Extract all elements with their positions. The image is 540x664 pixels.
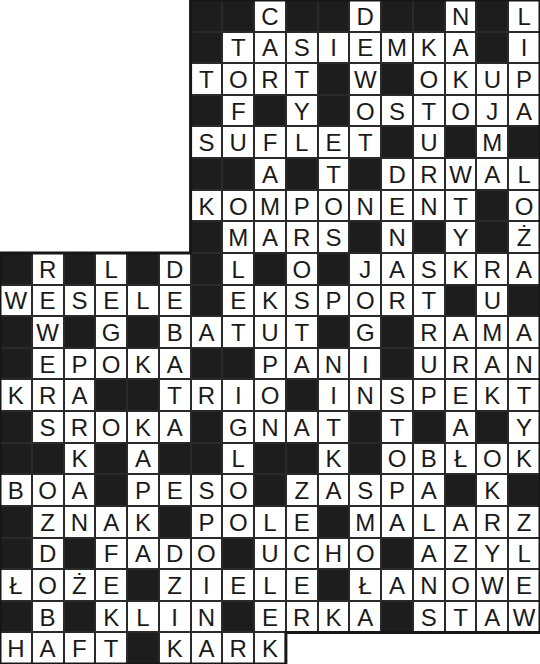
grid-cell[interactable]: K <box>95 601 127 633</box>
grid-cell[interactable]: K <box>318 601 350 633</box>
grid-cell[interactable]: Z <box>32 506 64 538</box>
grid-cell[interactable]: C <box>286 538 318 570</box>
grid-cell[interactable]: E <box>32 285 64 317</box>
grid-cell[interactable]: T <box>445 601 477 633</box>
grid-cell[interactable]: T <box>413 95 445 127</box>
grid-cell[interactable]: A <box>32 632 64 664</box>
grid-cell[interactable]: Z <box>286 474 318 506</box>
grid-cell[interactable]: O <box>95 348 127 380</box>
grid-cell[interactable]: T <box>191 63 223 95</box>
block-cell <box>476 0 508 32</box>
grid-cell[interactable]: E <box>95 569 127 601</box>
grid-cell[interactable]: R <box>413 316 445 348</box>
grid-cell[interactable]: O <box>445 569 477 601</box>
grid-cell[interactable]: S <box>191 474 223 506</box>
grid-cell[interactable]: L <box>286 126 318 158</box>
grid-cell[interactable]: O <box>445 95 477 127</box>
grid-cell[interactable]: S <box>32 411 64 443</box>
cell-letter: A <box>421 479 437 503</box>
grid-cell[interactable]: R <box>191 379 223 411</box>
grid-cell[interactable]: A <box>64 474 96 506</box>
grid-cell[interactable]: A <box>318 474 350 506</box>
grid-cell[interactable]: O <box>318 190 350 222</box>
grid-cell[interactable]: O <box>349 538 381 570</box>
grid-cell[interactable]: D <box>349 0 381 32</box>
grid-cell[interactable]: B <box>0 474 32 506</box>
grid-cell[interactable]: K <box>508 443 540 475</box>
grid-cell[interactable]: O <box>413 63 445 95</box>
grid-cell[interactable]: R <box>222 632 254 664</box>
block-cell <box>222 158 254 190</box>
grid-cell[interactable]: O <box>286 253 318 285</box>
grid-cell[interactable]: N <box>349 190 381 222</box>
grid-cell[interactable]: R <box>476 506 508 538</box>
block-cell <box>127 569 159 601</box>
grid-cell[interactable]: T <box>508 379 540 411</box>
grid-cell[interactable]: N <box>254 411 286 443</box>
block-cell <box>445 285 477 317</box>
grid-cell[interactable]: O <box>222 506 254 538</box>
cell-letter: D <box>39 542 56 566</box>
grid-cell[interactable]: S <box>413 601 445 633</box>
cell-letter: R <box>71 416 88 440</box>
block-cell <box>191 348 223 380</box>
grid-cell[interactable]: P <box>191 506 223 538</box>
cell-letter: A <box>167 416 183 440</box>
grid-cell[interactable]: A <box>159 411 191 443</box>
grid-cell[interactable]: E <box>32 348 64 380</box>
grid-cell[interactable]: A <box>191 316 223 348</box>
grid-cell[interactable]: W <box>32 316 64 348</box>
block-cell <box>64 601 96 633</box>
cell-letter: E <box>389 195 405 219</box>
grid-cell[interactable]: B <box>32 601 64 633</box>
cell-letter: Z <box>40 511 55 535</box>
cell-letter: O <box>419 68 438 92</box>
grid-cell[interactable]: H <box>0 632 32 664</box>
grid-cell[interactable]: L <box>127 285 159 317</box>
grid-cell[interactable]: O <box>476 443 508 475</box>
grid-cell[interactable]: Y <box>508 411 540 443</box>
cell-letter: O <box>451 574 470 598</box>
grid-cell[interactable]: S <box>318 221 350 253</box>
cell-letter: Y <box>453 226 469 250</box>
grid-cell[interactable]: N <box>413 569 445 601</box>
block-cell <box>349 411 381 443</box>
grid-cell[interactable]: E <box>349 32 381 64</box>
cell-letter: I <box>203 574 210 598</box>
grid-cell[interactable]: L <box>95 253 127 285</box>
grid-cell[interactable]: E <box>222 285 254 317</box>
grid-cell[interactable]: W <box>445 158 477 190</box>
grid-cell[interactable]: R <box>445 348 477 380</box>
block-cell <box>64 253 96 285</box>
grid-cell[interactable]: R <box>476 253 508 285</box>
grid-cell[interactable]: P <box>381 474 413 506</box>
grid-cell[interactable]: S <box>381 379 413 411</box>
grid-cell[interactable]: K <box>127 506 159 538</box>
grid-cell[interactable]: E <box>159 285 191 317</box>
grid-cell[interactable]: O <box>222 190 254 222</box>
cell-letter: A <box>262 163 278 187</box>
cell-letter: Ł <box>454 447 467 471</box>
grid-cell[interactable]: G <box>95 316 127 348</box>
grid-cell[interactable]: L <box>222 253 254 285</box>
grid-cell[interactable]: D <box>381 158 413 190</box>
grid-cell[interactable]: S <box>413 253 445 285</box>
cell-letter: T <box>421 289 436 313</box>
grid-cell[interactable]: K <box>413 32 445 64</box>
grid-cell[interactable]: A <box>159 348 191 380</box>
grid-cell[interactable]: T <box>445 190 477 222</box>
grid-cell[interactable]: Ł <box>0 569 32 601</box>
grid-cell[interactable]: H <box>318 538 350 570</box>
grid-cell[interactable]: E <box>318 126 350 158</box>
cell-letter: C <box>261 5 278 29</box>
cell-letter: U <box>420 353 437 377</box>
cell-letter: R <box>293 226 310 250</box>
block-cell <box>127 253 159 285</box>
grid-cell[interactable]: N <box>445 0 477 32</box>
grid-cell[interactable]: N <box>508 348 540 380</box>
cell-letter: E <box>453 384 469 408</box>
cell-letter: U <box>261 542 278 566</box>
grid-cell[interactable]: K <box>254 285 286 317</box>
grid-cell[interactable]: A <box>445 506 477 538</box>
grid-cell[interactable]: A <box>413 474 445 506</box>
grid-cell[interactable]: T <box>159 379 191 411</box>
grid-cell[interactable]: A <box>476 348 508 380</box>
block-cell <box>127 316 159 348</box>
grid-cell[interactable]: Z <box>159 569 191 601</box>
cell-letter: D <box>166 542 183 566</box>
grid-cell[interactable]: N <box>318 348 350 380</box>
grid-cell[interactable]: G <box>349 316 381 348</box>
grid-cell[interactable]: A <box>508 253 540 285</box>
grid-cell[interactable]: O <box>32 474 64 506</box>
grid-cell[interactable]: A <box>508 95 540 127</box>
grid-cell[interactable]: I <box>349 348 381 380</box>
grid-cell[interactable]: N <box>64 506 96 538</box>
grid-cell[interactable]: O <box>349 285 381 317</box>
cell-letter: A <box>484 606 500 630</box>
grid-cell[interactable]: J <box>349 253 381 285</box>
grid-cell[interactable]: L <box>413 506 445 538</box>
grid-cell[interactable]: S <box>191 126 223 158</box>
cell-letter: S <box>71 289 87 313</box>
grid-cell[interactable]: M <box>381 32 413 64</box>
cell-letter: R <box>420 163 437 187</box>
cell-letter: K <box>484 479 500 503</box>
grid-cell[interactable]: E <box>95 285 127 317</box>
grid-cell[interactable]: R <box>413 158 445 190</box>
cell-letter: O <box>38 479 57 503</box>
grid-cell[interactable]: K <box>127 411 159 443</box>
cell-letter: R <box>484 511 501 535</box>
grid-cell[interactable]: Ż <box>508 221 540 253</box>
grid-cell[interactable]: M <box>254 190 286 222</box>
cell-letter: E <box>326 131 342 155</box>
grid-cell[interactable]: C <box>254 0 286 32</box>
grid-cell[interactable]: I <box>191 569 223 601</box>
grid-cell[interactable]: S <box>286 285 318 317</box>
grid-cell[interactable]: P <box>64 348 96 380</box>
grid-cell[interactable]: P <box>508 63 540 95</box>
grid-cell[interactable]: J <box>476 95 508 127</box>
grid-cell[interactable]: N <box>381 221 413 253</box>
cell-letter: A <box>389 511 405 535</box>
grid-cell[interactable]: B <box>159 316 191 348</box>
cell-letter: P <box>516 68 532 92</box>
cell-letter: W <box>481 574 504 598</box>
cell-letter: A <box>453 321 469 345</box>
grid-cell[interactable]: U <box>222 126 254 158</box>
grid-cell[interactable]: D <box>159 538 191 570</box>
grid-cell[interactable]: E <box>254 601 286 633</box>
grid-cell[interactable]: S <box>381 95 413 127</box>
grid-cell[interactable]: Y <box>286 95 318 127</box>
grid-cell[interactable]: T <box>95 632 127 664</box>
grid-cell[interactable]: L <box>254 569 286 601</box>
grid-cell[interactable]: T <box>349 126 381 158</box>
grid-cell[interactable]: I <box>159 601 191 633</box>
grid-cell[interactable]: A <box>254 158 286 190</box>
block-cell <box>222 0 254 32</box>
grid-cell[interactable]: E <box>286 569 318 601</box>
grid-cell[interactable]: A <box>476 158 508 190</box>
grid-cell[interactable]: U <box>254 316 286 348</box>
grid-cell[interactable]: W <box>0 285 32 317</box>
grid-cell[interactable]: U <box>476 63 508 95</box>
grid-cell[interactable]: F <box>222 95 254 127</box>
grid-cell[interactable]: A <box>286 411 318 443</box>
cell-letter: O <box>515 195 534 219</box>
grid-cell[interactable]: P <box>254 348 286 380</box>
grid-cell[interactable]: A <box>64 379 96 411</box>
grid-cell[interactable]: Ł <box>349 569 381 601</box>
block-cell <box>508 126 540 158</box>
grid-cell[interactable]: L <box>508 0 540 32</box>
grid-cell[interactable]: O <box>508 190 540 222</box>
cell-letter: Y <box>484 542 500 566</box>
grid-cell[interactable]: K <box>254 632 286 664</box>
cell-letter: O <box>197 542 216 566</box>
grid-cell[interactable]: U <box>254 538 286 570</box>
block-cell <box>222 601 254 633</box>
grid-cell[interactable]: N <box>413 190 445 222</box>
grid-cell[interactable]: A <box>476 601 508 633</box>
cell-letter: S <box>357 479 373 503</box>
grid-cell[interactable]: B <box>413 443 445 475</box>
block-cell <box>381 0 413 32</box>
block-cell <box>0 316 32 348</box>
grid-cell[interactable]: T <box>381 411 413 443</box>
cell-letter: A <box>294 416 310 440</box>
grid-cell[interactable]: K <box>64 443 96 475</box>
grid-cell[interactable]: A <box>445 411 477 443</box>
grid-cell[interactable]: D <box>32 538 64 570</box>
cell-letter: A <box>262 226 278 250</box>
grid-cell[interactable]: A <box>95 506 127 538</box>
grid-cell[interactable]: A <box>445 316 477 348</box>
grid-cell[interactable]: O <box>191 538 223 570</box>
cell-letter: B <box>167 321 183 345</box>
cell-letter: A <box>389 258 405 282</box>
grid-cell[interactable]: M <box>476 316 508 348</box>
cell-letter: S <box>294 289 310 313</box>
grid-cell[interactable]: A <box>413 538 445 570</box>
cell-letter: S <box>40 416 56 440</box>
grid-cell[interactable]: Y <box>445 221 477 253</box>
grid-cell[interactable]: K <box>0 379 32 411</box>
grid-cell[interactable]: S <box>349 474 381 506</box>
grid-cell[interactable]: K <box>445 63 477 95</box>
grid-cell[interactable]: A <box>381 253 413 285</box>
grid-cell[interactable]: R <box>32 253 64 285</box>
grid-cell[interactable]: K <box>476 474 508 506</box>
grid-cell[interactable]: O <box>32 569 64 601</box>
grid-cell[interactable]: K <box>159 632 191 664</box>
block-cell <box>286 158 318 190</box>
grid-cell[interactable]: O <box>95 411 127 443</box>
grid-cell[interactable]: N <box>349 379 381 411</box>
block-cell <box>159 506 191 538</box>
cell-letter: Z <box>517 511 532 535</box>
grid-cell[interactable]: M <box>476 126 508 158</box>
cell-letter: O <box>229 511 248 535</box>
grid-cell[interactable]: Y <box>476 538 508 570</box>
grid-cell[interactable]: E <box>222 569 254 601</box>
grid-cell[interactable]: R <box>254 63 286 95</box>
grid-cell[interactable]: K <box>191 190 223 222</box>
grid-cell[interactable]: T <box>318 158 350 190</box>
grid-cell[interactable]: M <box>222 221 254 253</box>
cell-letter: B <box>40 606 56 630</box>
grid-cell[interactable]: U <box>413 126 445 158</box>
grid-cell[interactable]: G <box>222 411 254 443</box>
grid-cell[interactable]: A <box>254 32 286 64</box>
cell-letter: P <box>135 479 151 503</box>
grid-cell[interactable]: Z <box>445 538 477 570</box>
grid-cell[interactable]: S <box>64 285 96 317</box>
grid-cell[interactable]: U <box>413 348 445 380</box>
grid-cell[interactable]: A <box>381 569 413 601</box>
grid-cell[interactable]: W <box>476 569 508 601</box>
grid-cell[interactable]: T <box>222 32 254 64</box>
grid-cell[interactable]: R <box>32 379 64 411</box>
grid-cell[interactable]: I <box>318 32 350 64</box>
grid-cell[interactable]: P <box>127 474 159 506</box>
grid-cell[interactable]: I <box>508 32 540 64</box>
cell-letter: O <box>102 353 121 377</box>
crossword-board: CDNLTASIEMKAITORTWOKUPFYOSTOJASUFLETUMAT… <box>0 0 540 664</box>
cell-letter: M <box>228 226 248 250</box>
grid-cell[interactable]: E <box>159 474 191 506</box>
grid-cell[interactable]: S <box>286 32 318 64</box>
grid-cell[interactable]: N <box>191 601 223 633</box>
grid-cell[interactable]: P <box>286 190 318 222</box>
block-cell <box>254 474 286 506</box>
grid-cell[interactable]: O <box>381 443 413 475</box>
grid-cell[interactable]: A <box>445 32 477 64</box>
cell-letter: J <box>486 100 498 124</box>
grid-cell[interactable]: D <box>159 253 191 285</box>
cell-letter: A <box>516 258 532 282</box>
grid-cell[interactable]: O <box>349 95 381 127</box>
grid-cell[interactable]: E <box>508 569 540 601</box>
grid-cell[interactable]: A <box>254 221 286 253</box>
grid-cell[interactable]: L <box>254 506 286 538</box>
grid-cell[interactable]: A <box>127 443 159 475</box>
grid-cell[interactable]: R <box>286 221 318 253</box>
grid-cell[interactable]: K <box>318 443 350 475</box>
cell-letter: A <box>135 447 151 471</box>
grid-cell[interactable]: T <box>318 411 350 443</box>
grid-cell[interactable]: O <box>254 379 286 411</box>
grid-cell[interactable]: O <box>222 63 254 95</box>
grid-cell[interactable]: A <box>286 348 318 380</box>
grid-cell[interactable]: K <box>127 348 159 380</box>
cell-letter: N <box>261 416 278 440</box>
grid-cell[interactable]: T <box>222 316 254 348</box>
grid-cell[interactable]: E <box>381 190 413 222</box>
grid-cell[interactable]: K <box>445 253 477 285</box>
grid-cell[interactable]: R <box>381 285 413 317</box>
grid-cell[interactable]: R <box>286 601 318 633</box>
cell-letter: E <box>516 574 532 598</box>
grid-cell[interactable]: O <box>222 474 254 506</box>
cell-letter: F <box>231 100 246 124</box>
grid-cell[interactable]: P <box>318 285 350 317</box>
grid-cell[interactable]: M <box>349 506 381 538</box>
cell-letter: R <box>198 384 215 408</box>
grid-cell[interactable]: I <box>318 379 350 411</box>
grid-cell[interactable]: E <box>445 379 477 411</box>
grid-cell[interactable]: E <box>286 506 318 538</box>
grid-cell[interactable]: L <box>222 443 254 475</box>
grid-cell[interactable]: R <box>64 411 96 443</box>
grid-cell[interactable]: F <box>64 632 96 664</box>
grid-cell[interactable]: W <box>508 601 540 633</box>
grid-cell[interactable]: A <box>191 632 223 664</box>
grid-cell[interactable]: Ż <box>64 569 96 601</box>
grid-cell[interactable]: T <box>413 285 445 317</box>
cell-letter: T <box>231 321 246 345</box>
grid-cell[interactable]: A <box>349 601 381 633</box>
grid-cell[interactable]: L <box>508 538 540 570</box>
grid-cell[interactable]: Z <box>508 506 540 538</box>
grid-cell[interactable]: F <box>95 538 127 570</box>
grid-cell[interactable]: L <box>127 601 159 633</box>
cell-letter: A <box>421 542 437 566</box>
grid-cell[interactable]: A <box>381 506 413 538</box>
grid-cell[interactable]: T <box>286 63 318 95</box>
grid-cell[interactable]: Ł <box>445 443 477 475</box>
grid-cell[interactable]: P <box>413 379 445 411</box>
cell-letter: O <box>483 447 502 471</box>
cell-letter: K <box>135 416 151 440</box>
cell-letter: O <box>38 574 57 598</box>
grid-cell[interactable]: L <box>508 158 540 190</box>
grid-cell[interactable]: T <box>286 316 318 348</box>
grid-cell[interactable]: W <box>349 63 381 95</box>
grid-cell[interactable]: K <box>476 379 508 411</box>
grid-cell[interactable]: U <box>476 285 508 317</box>
grid-cell[interactable]: F <box>254 126 286 158</box>
grid-cell[interactable]: I <box>222 379 254 411</box>
grid-cell[interactable]: A <box>127 538 159 570</box>
grid-cell[interactable]: A <box>508 316 540 348</box>
